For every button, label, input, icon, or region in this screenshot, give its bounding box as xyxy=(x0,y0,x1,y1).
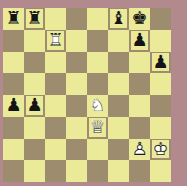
square-e3[interactable]: ♛♕ xyxy=(87,117,108,139)
square-e6[interactable] xyxy=(87,52,108,74)
square-b6[interactable] xyxy=(24,52,45,74)
square-f5[interactable] xyxy=(108,73,129,95)
piece-tile: ♜♖ xyxy=(47,31,64,50)
square-f1[interactable] xyxy=(108,160,129,182)
square-d4[interactable] xyxy=(66,95,87,117)
white-king-outline: ♔ xyxy=(152,140,168,158)
square-c6[interactable] xyxy=(45,52,66,74)
piece-tile: ♝ xyxy=(110,9,127,28)
white-king: ♚♔ xyxy=(152,140,168,158)
black-pawn: ♟ xyxy=(131,31,147,49)
black-king: ♚ xyxy=(131,9,147,27)
white-pawn-outline: ♙ xyxy=(131,140,147,158)
white-knight: ♞♘ xyxy=(89,96,105,114)
black-bishop: ♝ xyxy=(110,9,126,27)
white-rook-outline: ♖ xyxy=(47,31,63,49)
white-pawn: ♟♙ xyxy=(131,140,147,158)
piece-tile: ♜ xyxy=(26,9,43,28)
square-e8[interactable] xyxy=(87,8,108,30)
square-g7[interactable]: ♟ xyxy=(129,30,150,52)
square-g4[interactable] xyxy=(129,95,150,117)
black-pawn: ♟ xyxy=(5,96,21,114)
white-queen: ♛♕ xyxy=(89,118,105,136)
chess-board: ♜♜♝♚♜♖♟♟♟♟♞♘♛♕♟♙♚♔ xyxy=(3,8,171,182)
piece-tile: ♟ xyxy=(152,53,169,72)
black-rook: ♜ xyxy=(5,9,21,27)
square-a8[interactable]: ♜ xyxy=(3,8,24,30)
piece-tile: ♚♔ xyxy=(152,140,169,159)
white-knight-outline: ♘ xyxy=(89,96,105,114)
black-rook: ♜ xyxy=(26,9,42,27)
piece-tile: ♟ xyxy=(5,96,22,115)
square-b1[interactable] xyxy=(24,160,45,182)
square-h7[interactable] xyxy=(150,30,171,52)
square-e7[interactable] xyxy=(87,30,108,52)
square-g8[interactable]: ♚ xyxy=(129,8,150,30)
black-pawn: ♟ xyxy=(152,53,168,71)
piece-tile: ♚ xyxy=(131,9,148,28)
square-c4[interactable] xyxy=(45,95,66,117)
square-g1[interactable] xyxy=(129,160,150,182)
square-g3[interactable] xyxy=(129,117,150,139)
square-c3[interactable] xyxy=(45,117,66,139)
square-b4[interactable]: ♟ xyxy=(24,95,45,117)
square-h4[interactable] xyxy=(150,95,171,117)
square-f8[interactable]: ♝ xyxy=(108,8,129,30)
square-d3[interactable] xyxy=(66,117,87,139)
square-d8[interactable] xyxy=(66,8,87,30)
square-f6[interactable] xyxy=(108,52,129,74)
square-h3[interactable] xyxy=(150,117,171,139)
square-d7[interactable] xyxy=(66,30,87,52)
square-e1[interactable] xyxy=(87,160,108,182)
square-b2[interactable] xyxy=(24,139,45,161)
square-a3[interactable] xyxy=(3,117,24,139)
square-g6[interactable] xyxy=(129,52,150,74)
square-c5[interactable] xyxy=(45,73,66,95)
square-d2[interactable] xyxy=(66,139,87,161)
square-e2[interactable] xyxy=(87,139,108,161)
square-c2[interactable] xyxy=(45,139,66,161)
square-c7[interactable]: ♜♖ xyxy=(45,30,66,52)
piece-tile: ♟ xyxy=(131,31,148,50)
square-d5[interactable] xyxy=(66,73,87,95)
square-b7[interactable] xyxy=(24,30,45,52)
white-queen-outline: ♕ xyxy=(89,118,105,136)
square-d6[interactable] xyxy=(66,52,87,74)
piece-tile: ♟ xyxy=(26,96,43,115)
square-h6[interactable]: ♟ xyxy=(150,52,171,74)
square-g2[interactable]: ♟♙ xyxy=(129,139,150,161)
square-f4[interactable] xyxy=(108,95,129,117)
square-b3[interactable] xyxy=(24,117,45,139)
square-a4[interactable]: ♟ xyxy=(3,95,24,117)
square-g5[interactable] xyxy=(129,73,150,95)
square-b8[interactable]: ♜ xyxy=(24,8,45,30)
square-h5[interactable] xyxy=(150,73,171,95)
square-d1[interactable] xyxy=(66,160,87,182)
white-rook: ♜♖ xyxy=(47,31,63,49)
square-a6[interactable] xyxy=(3,52,24,74)
board-frame: ♜♜♝♚♜♖♟♟♟♟♞♘♛♕♟♙♚♔ xyxy=(0,0,187,186)
square-a7[interactable] xyxy=(3,30,24,52)
square-c8[interactable] xyxy=(45,8,66,30)
square-h8[interactable] xyxy=(150,8,171,30)
square-f2[interactable] xyxy=(108,139,129,161)
piece-tile: ♞♘ xyxy=(89,96,106,115)
square-h1[interactable] xyxy=(150,160,171,182)
square-f3[interactable] xyxy=(108,117,129,139)
square-a2[interactable] xyxy=(3,139,24,161)
black-pawn: ♟ xyxy=(26,96,42,114)
piece-tile: ♜ xyxy=(5,9,22,28)
square-a1[interactable] xyxy=(3,160,24,182)
square-e4[interactable]: ♞♘ xyxy=(87,95,108,117)
square-h2[interactable]: ♚♔ xyxy=(150,139,171,161)
piece-tile: ♛♕ xyxy=(89,118,106,137)
square-f7[interactable] xyxy=(108,30,129,52)
square-c1[interactable] xyxy=(45,160,66,182)
square-b5[interactable] xyxy=(24,73,45,95)
piece-tile: ♟♙ xyxy=(131,140,148,159)
square-a5[interactable] xyxy=(3,73,24,95)
square-e5[interactable] xyxy=(87,73,108,95)
